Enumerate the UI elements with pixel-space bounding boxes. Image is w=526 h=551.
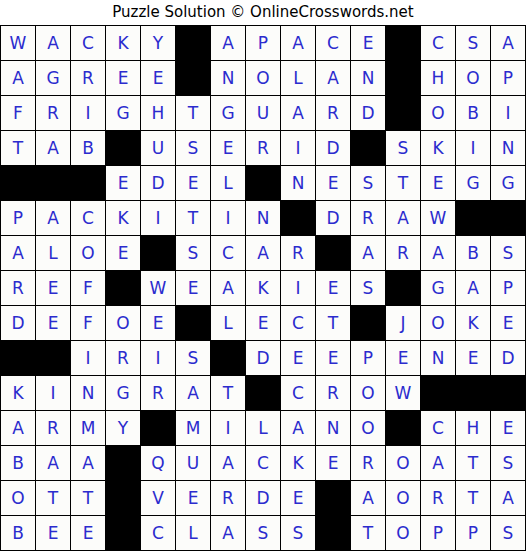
letter-cell: A [491, 481, 525, 515]
letter-cell: S [246, 516, 280, 550]
letter-cell: G [106, 96, 140, 130]
letter-cell: B [456, 96, 490, 130]
letter-cell: F [1, 96, 35, 130]
letter-cell: E [71, 516, 105, 550]
black-cell [141, 236, 175, 270]
letter-cell: D [316, 201, 350, 235]
letter-cell: I [141, 201, 175, 235]
letter-cell: G [456, 166, 490, 200]
letter-cell: T [351, 516, 385, 550]
letter-cell: R [1, 271, 35, 305]
letter-cell: L [176, 516, 210, 550]
black-cell [351, 306, 385, 340]
letter-cell: L [211, 166, 245, 200]
letter-cell: P [456, 516, 490, 550]
letter-cell: H [456, 411, 490, 445]
letter-cell: O [386, 516, 420, 550]
letter-cell: R [351, 446, 385, 480]
letter-cell: T [211, 376, 245, 410]
letter-cell: D [316, 131, 350, 165]
letter-cell: W [1, 26, 35, 60]
letter-cell: E [176, 481, 210, 515]
letter-cell: E [246, 306, 280, 340]
letter-cell: J [386, 306, 420, 340]
black-cell [1, 166, 35, 200]
black-cell [491, 201, 525, 235]
letter-cell: A [36, 446, 70, 480]
letter-cell: I [141, 341, 175, 375]
letter-cell: K [246, 271, 280, 305]
letter-cell: U [141, 131, 175, 165]
letter-cell: S [281, 516, 315, 550]
black-cell [386, 411, 420, 445]
black-cell [246, 166, 280, 200]
letter-cell: N [421, 341, 455, 375]
letter-cell: G [106, 376, 140, 410]
letter-cell: L [281, 61, 315, 95]
letter-cell: C [281, 376, 315, 410]
black-cell [106, 446, 140, 480]
letter-cell: B [71, 131, 105, 165]
letter-cell: E [141, 306, 175, 340]
black-cell [386, 26, 420, 60]
black-cell [316, 516, 350, 550]
letter-cell: O [421, 96, 455, 130]
black-cell [351, 131, 385, 165]
letter-cell: A [211, 26, 245, 60]
black-cell [386, 271, 420, 305]
letter-cell: C [316, 26, 350, 60]
letter-cell: C [421, 411, 455, 445]
letter-cell: D [246, 481, 280, 515]
letter-cell: N [246, 201, 280, 235]
letter-cell: A [36, 201, 70, 235]
letter-cell: K [106, 201, 140, 235]
letter-cell: N [71, 376, 105, 410]
crossword-grid: WACKYAPACECSAAGREENOLANHOPFRIGHTGUARDOBI… [0, 25, 526, 551]
black-cell [106, 481, 140, 515]
letter-cell: K [456, 306, 490, 340]
letter-cell: G [211, 96, 245, 130]
letter-cell: N [316, 411, 350, 445]
letter-cell: O [456, 61, 490, 95]
letter-cell: C [281, 306, 315, 340]
letter-cell: K [106, 26, 140, 60]
letter-cell: A [211, 446, 245, 480]
letter-cell: C [246, 446, 280, 480]
letter-cell: E [491, 411, 525, 445]
letter-cell: C [211, 236, 245, 270]
letter-cell: A [421, 236, 455, 270]
letter-cell: A [421, 446, 455, 480]
letter-cell: A [456, 271, 490, 305]
letter-cell: U [176, 446, 210, 480]
letter-cell: P [246, 26, 280, 60]
letter-cell: W [141, 271, 175, 305]
letter-cell: W [386, 376, 420, 410]
letter-cell: E [316, 166, 350, 200]
page-title: Puzzle Solution © OnlineCrosswords.net [0, 0, 526, 25]
letter-cell: E [386, 341, 420, 375]
letter-cell: B [1, 446, 35, 480]
letter-cell: B [456, 236, 490, 270]
letter-cell: G [421, 271, 455, 305]
letter-cell: A [71, 446, 105, 480]
letter-cell: A [491, 26, 525, 60]
letter-cell: E [36, 306, 70, 340]
letter-cell: N [281, 166, 315, 200]
letter-cell: T [456, 481, 490, 515]
letter-cell: S [351, 271, 385, 305]
letter-cell: I [281, 131, 315, 165]
letter-cell: E [491, 306, 525, 340]
letter-cell: S [351, 166, 385, 200]
letter-cell: E [316, 341, 350, 375]
letter-cell: I [491, 96, 525, 130]
letter-cell: E [106, 61, 140, 95]
letter-cell: O [386, 481, 420, 515]
letter-cell: D [141, 166, 175, 200]
black-cell [36, 341, 70, 375]
letter-cell: T [176, 201, 210, 235]
black-cell [36, 166, 70, 200]
letter-cell: L [246, 411, 280, 445]
letter-cell: W [421, 201, 455, 235]
black-cell [176, 306, 210, 340]
black-cell [246, 376, 280, 410]
letter-cell: G [491, 166, 525, 200]
letter-cell: S [386, 131, 420, 165]
letter-cell: I [36, 376, 70, 410]
letter-cell: I [456, 131, 490, 165]
letter-cell: O [421, 306, 455, 340]
letter-cell: A [351, 481, 385, 515]
letter-cell: R [316, 376, 350, 410]
letter-cell: M [71, 411, 105, 445]
black-cell [456, 376, 490, 410]
letter-cell: A [211, 271, 245, 305]
black-cell [176, 26, 210, 60]
letter-cell: R [106, 341, 140, 375]
letter-cell: T [316, 306, 350, 340]
letter-cell: A [176, 376, 210, 410]
letter-cell: D [1, 306, 35, 340]
letter-cell: R [316, 96, 350, 130]
letter-cell: E [36, 271, 70, 305]
black-cell [211, 341, 245, 375]
letter-cell: H [141, 96, 175, 130]
letter-cell: C [421, 26, 455, 60]
letter-cell: E [211, 131, 245, 165]
letter-cell: C [141, 516, 175, 550]
letter-cell: I [211, 201, 245, 235]
letter-cell: S [491, 516, 525, 550]
black-cell [386, 96, 420, 130]
letter-cell: R [351, 201, 385, 235]
letter-cell: S [491, 236, 525, 270]
black-cell [386, 61, 420, 95]
letter-cell: P [1, 201, 35, 235]
black-cell [106, 516, 140, 550]
letter-cell: O [106, 306, 140, 340]
letter-cell: F [71, 271, 105, 305]
letter-cell: A [386, 201, 420, 235]
letter-cell: E [106, 236, 140, 270]
letter-cell: T [176, 96, 210, 130]
black-cell [106, 131, 140, 165]
letter-cell: S [456, 26, 490, 60]
letter-cell: L [36, 236, 70, 270]
letter-cell: E [316, 446, 350, 480]
black-cell [491, 376, 525, 410]
letter-cell: R [141, 376, 175, 410]
letter-cell: E [281, 341, 315, 375]
letter-cell: A [281, 411, 315, 445]
letter-cell: O [351, 411, 385, 445]
letter-cell: E [176, 166, 210, 200]
letter-cell: O [386, 446, 420, 480]
letter-cell: D [351, 96, 385, 130]
letter-cell: O [246, 61, 280, 95]
letter-cell: A [1, 411, 35, 445]
black-cell [421, 376, 455, 410]
letter-cell: E [176, 271, 210, 305]
letter-cell: A [1, 61, 35, 95]
letter-cell: N [211, 61, 245, 95]
letter-cell: L [211, 306, 245, 340]
page: { "header": { "title": "Puzzle Solution … [0, 0, 526, 551]
letter-cell: C [71, 201, 105, 235]
letter-cell: P [351, 341, 385, 375]
letter-cell: K [421, 131, 455, 165]
letter-cell: S [176, 341, 210, 375]
letter-cell: O [351, 376, 385, 410]
letter-cell: R [386, 236, 420, 270]
letter-cell: I [211, 411, 245, 445]
letter-cell: A [281, 26, 315, 60]
letter-cell: A [246, 236, 280, 270]
letter-cell: E [141, 61, 175, 95]
letter-cell: T [1, 131, 35, 165]
letter-cell: B [1, 516, 35, 550]
letter-cell: D [246, 341, 280, 375]
black-cell [1, 341, 35, 375]
letter-cell: E [36, 516, 70, 550]
letter-cell: K [281, 446, 315, 480]
letter-cell: E [421, 166, 455, 200]
letter-cell: R [36, 411, 70, 445]
letter-cell: A [36, 131, 70, 165]
letter-cell: C [71, 26, 105, 60]
letter-cell: R [36, 96, 70, 130]
letter-cell: A [1, 236, 35, 270]
letter-cell: S [176, 131, 210, 165]
letter-cell: T [36, 481, 70, 515]
letter-cell: S [491, 446, 525, 480]
letter-cell: I [71, 96, 105, 130]
letter-cell: G [36, 61, 70, 95]
letter-cell: O [1, 481, 35, 515]
letter-cell: Y [106, 411, 140, 445]
letter-cell: F [71, 306, 105, 340]
letter-cell: A [316, 61, 350, 95]
black-cell [456, 201, 490, 235]
black-cell [316, 481, 350, 515]
letter-cell: A [211, 516, 245, 550]
letter-cell: U [246, 96, 280, 130]
letter-cell: I [71, 341, 105, 375]
letter-cell: E [351, 26, 385, 60]
black-cell [281, 201, 315, 235]
letter-cell: N [351, 61, 385, 95]
letter-cell: A [351, 236, 385, 270]
letter-cell: S [176, 236, 210, 270]
letter-cell: K [1, 376, 35, 410]
black-cell [141, 411, 175, 445]
black-cell [106, 271, 140, 305]
letter-cell: V [141, 481, 175, 515]
letter-cell: Q [141, 446, 175, 480]
letter-cell: R [211, 481, 245, 515]
letter-cell: R [281, 236, 315, 270]
letter-cell: N [491, 131, 525, 165]
letter-cell: E [316, 271, 350, 305]
letter-cell: P [421, 516, 455, 550]
letter-cell: H [421, 61, 455, 95]
black-cell [176, 61, 210, 95]
black-cell [316, 236, 350, 270]
letter-cell: P [491, 61, 525, 95]
letter-cell: E [281, 481, 315, 515]
letter-cell: T [71, 481, 105, 515]
letter-cell: R [421, 481, 455, 515]
black-cell [71, 166, 105, 200]
letter-cell: E [106, 166, 140, 200]
letter-cell: A [36, 26, 70, 60]
letter-cell: A [281, 96, 315, 130]
letter-cell: E [456, 341, 490, 375]
letter-cell: Y [141, 26, 175, 60]
letter-cell: T [386, 166, 420, 200]
letter-cell: T [456, 446, 490, 480]
letter-cell: M [176, 411, 210, 445]
letter-cell: P [491, 271, 525, 305]
letter-cell: O [71, 236, 105, 270]
letter-cell: R [246, 131, 280, 165]
letter-cell: D [491, 341, 525, 375]
letter-cell: I [281, 271, 315, 305]
letter-cell: R [71, 61, 105, 95]
